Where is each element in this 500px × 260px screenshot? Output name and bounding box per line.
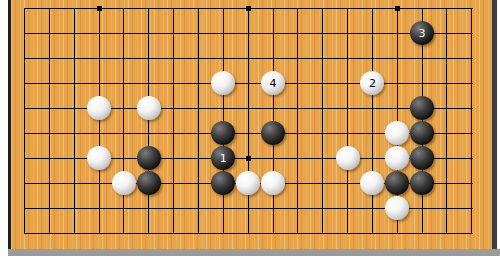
white-stone	[385, 121, 409, 145]
grid-line-horizontal	[25, 83, 473, 84]
grid-line-vertical	[24, 8, 25, 234]
star-point	[246, 156, 251, 161]
grid-line-horizontal	[25, 58, 473, 59]
white-stone-move-4: 4	[261, 71, 285, 95]
white-stone	[236, 171, 260, 195]
white-stone	[261, 171, 285, 195]
star-point	[395, 6, 400, 11]
go-diagram: 3421	[0, 0, 500, 260]
white-stone	[211, 71, 235, 95]
black-stone	[137, 146, 161, 170]
grid-line-vertical	[347, 8, 348, 234]
grid-line-vertical	[471, 8, 472, 234]
board-drop-shadow	[8, 249, 500, 256]
white-stone	[87, 146, 111, 170]
white-stone	[360, 171, 384, 195]
white-stone	[385, 196, 409, 220]
grid-line-vertical	[148, 8, 149, 234]
grid-line-vertical	[248, 8, 249, 234]
move-number-label: 1	[211, 146, 235, 170]
black-stone	[410, 96, 434, 120]
white-stone	[385, 146, 409, 170]
grid-line-vertical	[297, 8, 298, 234]
grid-line-horizontal	[25, 233, 473, 234]
black-stone-move-3: 3	[410, 21, 434, 45]
black-stone	[385, 171, 409, 195]
white-stone	[336, 146, 360, 170]
grid-line-vertical	[173, 8, 174, 234]
black-stone	[137, 171, 161, 195]
grid-line-vertical	[198, 8, 199, 234]
go-board-surface[interactable]: 3421	[11, 0, 492, 249]
grid-line-vertical	[99, 8, 100, 234]
grid-line-vertical	[123, 8, 124, 234]
black-stone	[410, 121, 434, 145]
white-stone	[112, 171, 136, 195]
grid-line-vertical	[322, 8, 323, 234]
grid-line-vertical	[49, 8, 50, 234]
white-stone	[137, 96, 161, 120]
black-stone	[410, 171, 434, 195]
move-number-label: 2	[360, 71, 384, 95]
white-stone	[87, 96, 111, 120]
grid-line-horizontal	[25, 33, 473, 34]
move-number-label: 4	[261, 71, 285, 95]
board-right-edge	[492, 0, 497, 253]
star-point	[97, 6, 102, 11]
grid-line-vertical	[446, 8, 447, 234]
move-number-label: 3	[410, 21, 434, 45]
white-stone-move-2: 2	[360, 71, 384, 95]
star-point	[246, 6, 251, 11]
black-stone-move-1: 1	[211, 146, 235, 170]
grid-line-vertical	[372, 8, 373, 234]
black-stone	[410, 146, 434, 170]
black-stone	[211, 171, 235, 195]
black-stone	[261, 121, 285, 145]
black-stone	[211, 121, 235, 145]
grid-line-vertical	[74, 8, 75, 234]
